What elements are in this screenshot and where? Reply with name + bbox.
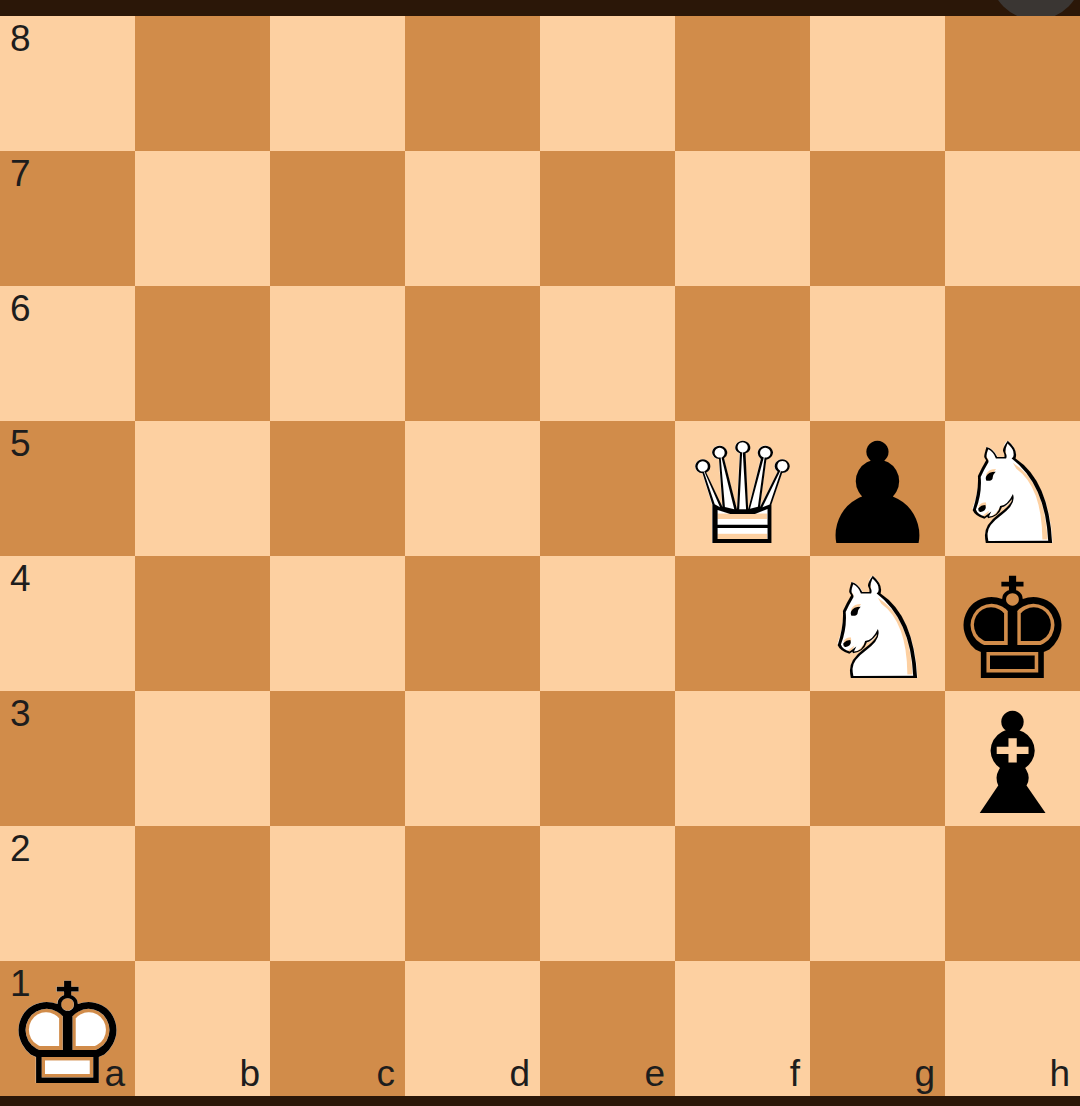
square-h4[interactable]: ♚ [945, 556, 1080, 691]
file-label-h: h [1049, 1055, 1070, 1092]
square-g4[interactable]: ♞♘ [810, 556, 945, 691]
white-knight-g4[interactable]: ♞♘ [810, 566, 945, 701]
square-f5[interactable]: ♛♕ [675, 421, 810, 556]
square-d1[interactable]: d [405, 961, 540, 1096]
square-a2[interactable]: 2 [0, 826, 135, 961]
square-e7[interactable] [540, 151, 675, 286]
square-e2[interactable] [540, 826, 675, 961]
rank-label-5: 5 [10, 425, 31, 462]
square-d2[interactable] [405, 826, 540, 961]
square-a3[interactable]: 3 [0, 691, 135, 826]
file-label-g: g [914, 1055, 935, 1092]
square-c3[interactable] [270, 691, 405, 826]
square-f7[interactable] [675, 151, 810, 286]
square-a7[interactable]: 7 [0, 151, 135, 286]
knight-outline-glyph: ♘ [810, 559, 945, 699]
king-outline-glyph: ♔ [0, 964, 135, 1104]
square-h2[interactable] [945, 826, 1080, 961]
rank-label-3: 3 [10, 695, 31, 732]
file-label-e: e [644, 1055, 665, 1092]
white-queen-f5[interactable]: ♛♕ [675, 431, 810, 566]
square-c1[interactable]: c [270, 961, 405, 1096]
bottom-bar [0, 1096, 1080, 1106]
square-g3[interactable] [810, 691, 945, 826]
square-d7[interactable] [405, 151, 540, 286]
square-g7[interactable] [810, 151, 945, 286]
knight-outline-glyph: ♘ [945, 424, 1080, 564]
square-f4[interactable] [675, 556, 810, 691]
square-f6[interactable] [675, 286, 810, 421]
queen-outline-glyph: ♕ [675, 424, 810, 564]
square-b5[interactable] [135, 421, 270, 556]
square-f8[interactable] [675, 16, 810, 151]
black-pawn-g5[interactable]: ♟ [810, 431, 945, 566]
square-f3[interactable] [675, 691, 810, 826]
rank-label-8: 8 [10, 20, 31, 57]
square-h3[interactable]: ♝ [945, 691, 1080, 826]
square-e3[interactable] [540, 691, 675, 826]
square-c6[interactable] [270, 286, 405, 421]
pawn-glyph: ♟ [810, 424, 945, 564]
black-bishop-h3[interactable]: ♝ [945, 701, 1080, 836]
file-label-d: d [509, 1055, 530, 1092]
rank-label-6: 6 [10, 290, 31, 327]
bishop-glyph: ♝ [945, 694, 1080, 834]
square-f1[interactable]: f [675, 961, 810, 1096]
square-b4[interactable] [135, 556, 270, 691]
square-g6[interactable] [810, 286, 945, 421]
square-a1[interactable]: 1a♚♔ [0, 961, 135, 1096]
square-c5[interactable] [270, 421, 405, 556]
black-king-h4[interactable]: ♚ [945, 566, 1080, 701]
square-h7[interactable] [945, 151, 1080, 286]
square-d4[interactable] [405, 556, 540, 691]
square-h8[interactable] [945, 16, 1080, 151]
square-e8[interactable] [540, 16, 675, 151]
square-g2[interactable] [810, 826, 945, 961]
square-d5[interactable] [405, 421, 540, 556]
top-bar [0, 0, 1080, 16]
square-c7[interactable] [270, 151, 405, 286]
square-h6[interactable] [945, 286, 1080, 421]
square-e1[interactable]: e [540, 961, 675, 1096]
white-king-a1[interactable]: ♚♔ [0, 971, 135, 1106]
square-g8[interactable] [810, 16, 945, 151]
partial-avatar-circle [990, 0, 1080, 16]
square-b3[interactable] [135, 691, 270, 826]
square-f2[interactable] [675, 826, 810, 961]
square-c4[interactable] [270, 556, 405, 691]
square-h1[interactable]: h [945, 961, 1080, 1096]
square-a4[interactable]: 4 [0, 556, 135, 691]
king-glyph: ♚ [945, 559, 1080, 699]
square-a8[interactable]: 8 [0, 16, 135, 151]
square-c2[interactable] [270, 826, 405, 961]
square-g1[interactable]: g [810, 961, 945, 1096]
square-b2[interactable] [135, 826, 270, 961]
file-label-b: b [239, 1055, 260, 1092]
square-b8[interactable] [135, 16, 270, 151]
square-a6[interactable]: 6 [0, 286, 135, 421]
square-h5[interactable]: ♞♘ [945, 421, 1080, 556]
file-label-c: c [377, 1055, 396, 1092]
file-label-f: f [790, 1055, 800, 1092]
square-d6[interactable] [405, 286, 540, 421]
rank-label-2: 2 [10, 830, 31, 867]
chess-board: 8765♛♕♟♞♘4♞♘♚3♝21a♚♔bcdefgh [0, 16, 1080, 1096]
square-b6[interactable] [135, 286, 270, 421]
square-d3[interactable] [405, 691, 540, 826]
square-e4[interactable] [540, 556, 675, 691]
square-b1[interactable]: b [135, 961, 270, 1096]
rank-label-4: 4 [10, 560, 31, 597]
white-knight-h5[interactable]: ♞♘ [945, 431, 1080, 566]
square-e6[interactable] [540, 286, 675, 421]
square-b7[interactable] [135, 151, 270, 286]
square-g5[interactable]: ♟ [810, 421, 945, 556]
square-c8[interactable] [270, 16, 405, 151]
rank-label-7: 7 [10, 155, 31, 192]
square-a5[interactable]: 5 [0, 421, 135, 556]
square-e5[interactable] [540, 421, 675, 556]
square-d8[interactable] [405, 16, 540, 151]
